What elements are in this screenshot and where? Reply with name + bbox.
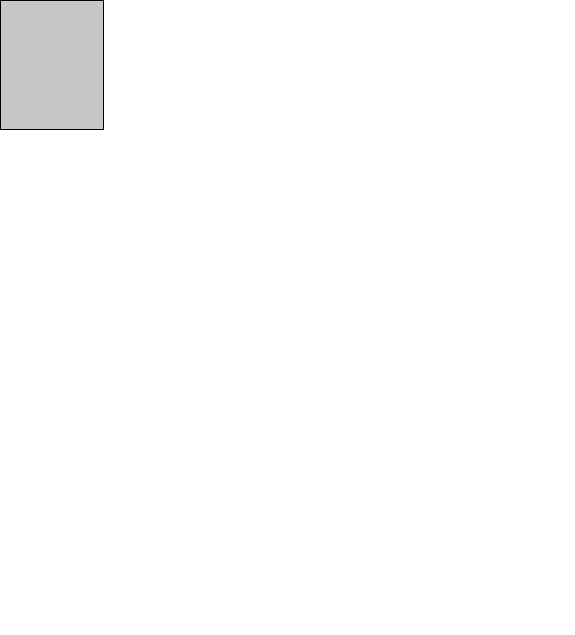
watermark-corner xyxy=(0,0,104,130)
nonogram-puzzle xyxy=(0,0,575,635)
watermark-lines xyxy=(0,0,104,15)
